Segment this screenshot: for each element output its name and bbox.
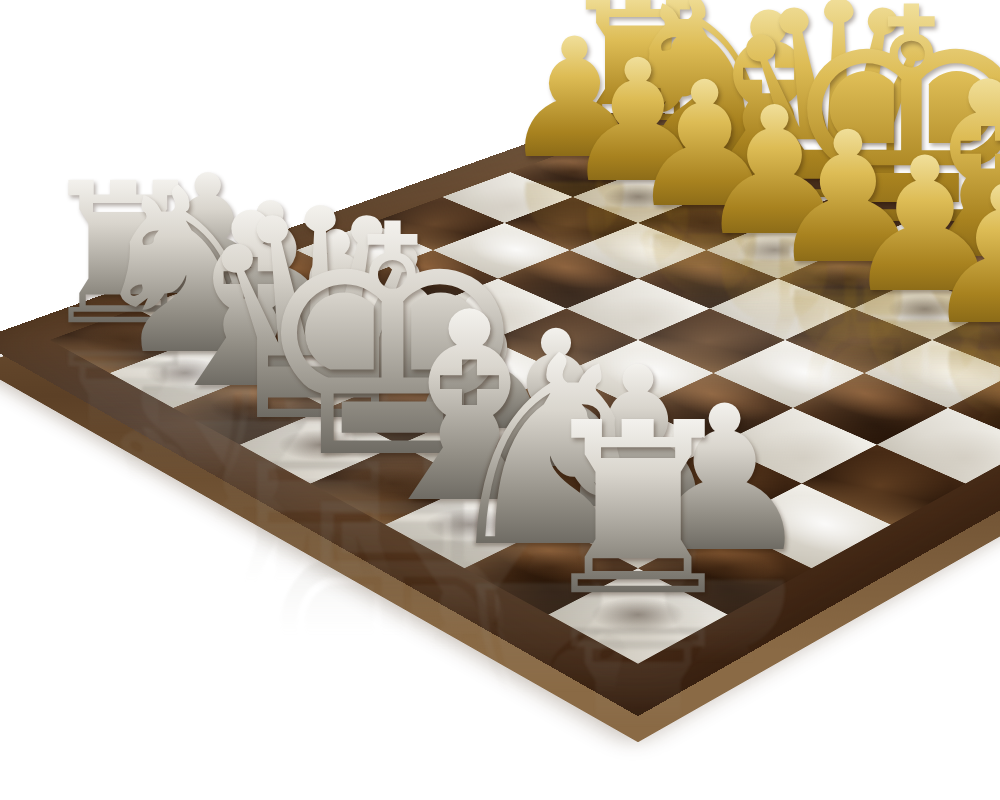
gold-piece-glyph: ♟ [920, 161, 1000, 351]
pieces-layer: ♜♜♞♞♝♝♛♛♚♚♝♝♞♞♜♜♟♟♟♟♟♟♟♟♟♟♟♟♟♟♟♟♟♟♟♟♟♟♟♟… [0, 0, 1000, 800]
silver-piece-glyph: ♜ [532, 392, 745, 629]
chess-set-photo-scene: ♜♜♞♞♝♝♛♛♚♚♝♝♞♞♜♜♟♟♟♟♟♟♟♟♟♟♟♟♟♟♟♟♟♟♟♟♟♟♟♟… [0, 0, 1000, 800]
